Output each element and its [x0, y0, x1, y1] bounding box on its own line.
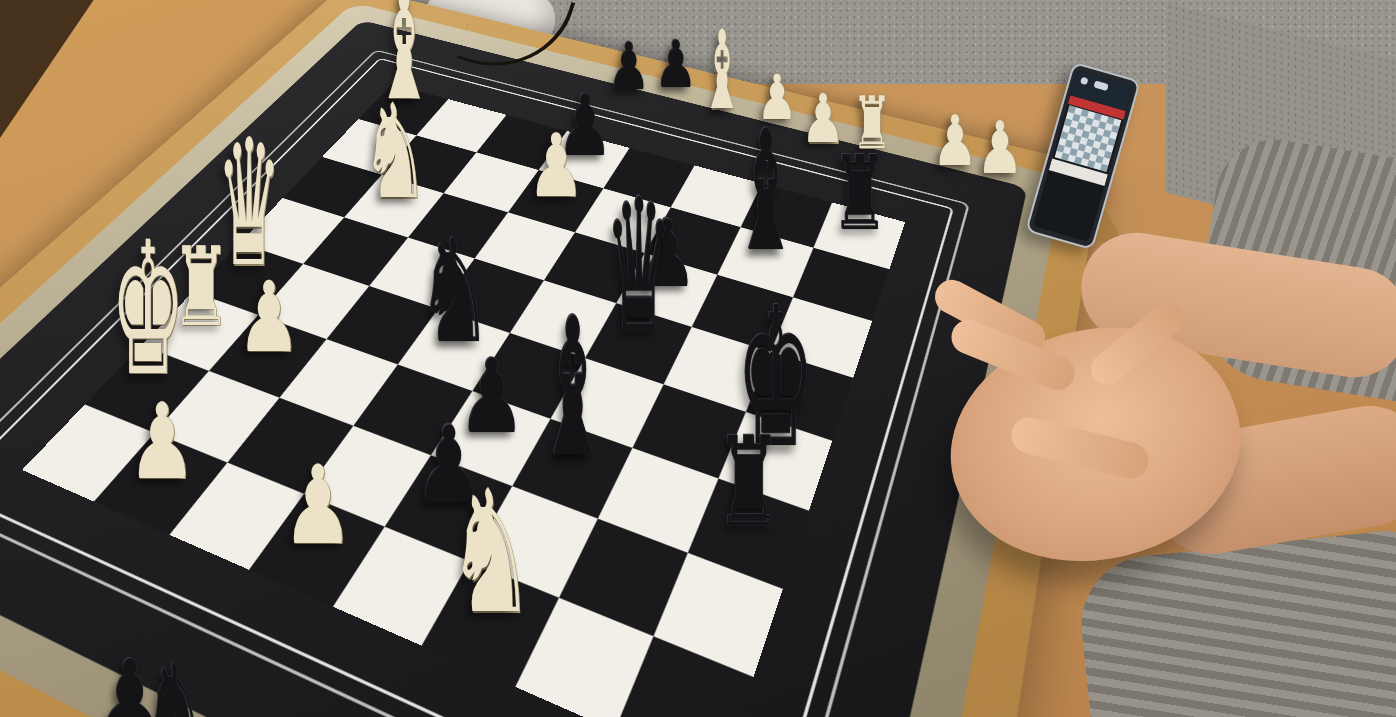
black-knight-captured[interactable]: ♞ [143, 647, 209, 717]
white-pawn-g1-captured[interactable]: ♟ [127, 389, 196, 494]
phone-header-icon [1080, 77, 1089, 86]
white-pawn-e7[interactable]: ♟ [527, 122, 585, 210]
black-queen-c5[interactable]: ♛ [606, 175, 673, 357]
black-rook-a3[interactable]: ♜ [715, 421, 783, 544]
black-pawn-captured[interactable]: ♟ [608, 34, 651, 99]
black-bishop-c3[interactable]: ♝ [536, 292, 611, 482]
phone-header-icon [1093, 80, 1108, 91]
white-knight-c1[interactable]: ♞ [447, 468, 536, 638]
white-king-h2[interactable]: ♚ [110, 218, 185, 402]
black-bishop-b7[interactable]: ♝ [733, 108, 799, 275]
phone-screen[interactable] [1033, 70, 1133, 242]
white-knight-g6[interactable]: ♞ [360, 87, 429, 218]
white-pawn-e1-captured[interactable]: ♟ [282, 451, 354, 560]
white-pawn-captured[interactable]: ♟ [932, 106, 978, 176]
black-pawn-captured[interactable]: ♟ [655, 32, 698, 97]
scene-root: { "game": "chess", "scene_description": … [0, 0, 1396, 717]
floor-top-left [0, 0, 120, 150]
white-pawn-g3[interactable]: ♟ [236, 268, 300, 366]
white-pawn-captured[interactable]: ♟ [976, 112, 1024, 185]
black-rook-a8[interactable]: ♜ [831, 143, 888, 246]
